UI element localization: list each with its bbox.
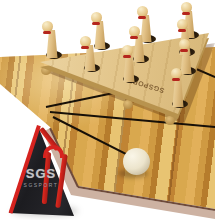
pin-red-stripe: [123, 55, 131, 58]
bag-logo-subtext: SGSPORT: [20, 182, 62, 188]
bag-logo: SGS: [20, 166, 62, 181]
pin-red-stripe: [43, 31, 51, 34]
pin-red-stripe: [182, 12, 190, 15]
rack-foot: [165, 116, 175, 125]
bowling-pin-row2-1: [121, 45, 137, 83]
pin-red-stripe: [130, 36, 138, 39]
pin-body: [44, 30, 60, 58]
pin-red-stripe: [178, 29, 186, 32]
pin-red-stripe: [172, 78, 180, 81]
bowling-ball: [123, 148, 150, 175]
pin-red-stripe: [81, 46, 89, 49]
bowling-pin-row4-1: [44, 21, 60, 59]
pin-body: [170, 77, 186, 107]
pin-red-stripe: [138, 16, 146, 19]
pin-body: [121, 54, 137, 82]
bowling-pin-row3-1: [82, 36, 98, 72]
pin-red-stripe: [92, 22, 100, 25]
pin-red-stripe: [180, 49, 188, 52]
bowling-pin-row1-1: [170, 68, 186, 108]
product-photo-tabletop-bowling: SGSPORT SGS SGSPORT: [0, 0, 215, 220]
carry-bag: SGS SGSPORT: [6, 120, 80, 220]
